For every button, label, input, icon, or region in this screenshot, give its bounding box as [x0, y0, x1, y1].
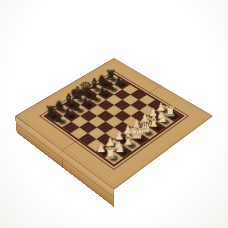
- black-pawn: ♟: [106, 81, 115, 92]
- black-pawn: ♟: [54, 113, 64, 124]
- product-photo: ♜♟♟♜♞♟♟♞♝♟♟♝♛♟♟♛♚♟♟♚♝♟♟♝♞♟♟♞♜♟♟♜: [0, 0, 228, 228]
- brass-pin: [82, 175, 84, 178]
- black-pawn: ♟: [81, 96, 91, 107]
- board-frame: ♜♟♟♜♞♟♟♞♝♟♟♝♛♟♟♛♚♟♟♚♝♟♟♝♞♟♟♞♜♟♟♜: [15, 58, 213, 190]
- square-c4: [122, 105, 139, 116]
- brass-pin: [175, 133, 178, 135]
- chess-board: ♜♟♟♜♞♟♟♞♝♟♟♝♛♟♟♛♚♟♟♚♝♟♟♝♞♟♟♞♜♟♟♜: [15, 58, 213, 190]
- brass-pin: [43, 146, 44, 149]
- black-pawn: ♟: [63, 107, 73, 118]
- black-pawn: ♟: [72, 102, 82, 113]
- brass-pin: [136, 79, 139, 81]
- black-pawn: ♟: [98, 86, 108, 97]
- brass-pin: [50, 133, 53, 135]
- brass-pin: [172, 100, 175, 102]
- brass-pin: [140, 159, 143, 161]
- black-pawn: ♟: [89, 91, 99, 102]
- brass-pin: [85, 159, 88, 161]
- white-rook: ♜: [103, 146, 117, 161]
- scene-3d: ♜♟♟♜♞♟♟♞♝♟♟♝♛♟♟♛♚♟♟♚♝♟♟♝♞♟♟♞♜♟♟♜: [0, 0, 228, 228]
